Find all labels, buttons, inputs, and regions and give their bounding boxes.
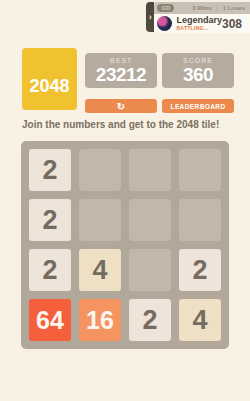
score-label: SCORE — [183, 57, 213, 64]
player-score: 308 — [222, 17, 250, 31]
empty-cell — [179, 199, 221, 241]
refresh-icon: ↻ — [117, 101, 125, 112]
empty-cell — [79, 149, 121, 191]
player-widget: › GD 3 Wins 1 Loses Legendary BATTLING..… — [146, 2, 250, 33]
empty-cell — [129, 149, 171, 191]
tile-4: 4 — [79, 249, 121, 291]
empty-cell — [129, 249, 171, 291]
stats-divider — [217, 5, 218, 12]
game-screen: { "game": "2048", "position": "2,0,0,0|2… — [0, 0, 250, 401]
tagline: Join the numbers and get to the 2048 til… — [22, 119, 242, 130]
player-row: Legendary BATTLING... 308 — [154, 14, 250, 33]
wins-count: 3 Wins — [192, 5, 211, 11]
empty-cell — [179, 149, 221, 191]
best-score-box: BEST 23212 — [85, 53, 157, 88]
widget-expand-tab[interactable]: › — [146, 2, 154, 32]
empty-cell — [79, 199, 121, 241]
leaderboard-button[interactable]: LEADERBOARD — [162, 99, 234, 113]
tile-2: 2 — [179, 249, 221, 291]
current-score-box: SCORE 360 — [162, 53, 234, 88]
best-label: BEST — [110, 57, 133, 64]
restart-button[interactable]: ↻ — [85, 99, 157, 113]
tile-2: 2 — [29, 149, 71, 191]
logo-tile: 2048 — [22, 48, 77, 110]
tile-16: 16 — [79, 299, 121, 341]
chevron-right-icon: › — [149, 12, 152, 22]
losses-count: 1 Loses — [223, 5, 245, 11]
best-value: 23212 — [96, 65, 146, 84]
rank-badge: GD — [157, 4, 174, 12]
player-widget-body: GD 3 Wins 1 Loses Legendary BATTLING... … — [154, 2, 250, 33]
tile-2: 2 — [129, 299, 171, 341]
player-avatar — [157, 16, 172, 31]
stats-strip: GD 3 Wins 1 Loses — [154, 2, 250, 14]
game-board[interactable]: 22242641624 — [21, 141, 229, 349]
tile-64: 64 — [29, 299, 71, 341]
player-meta: Legendary BATTLING... — [176, 16, 222, 31]
tile-2: 2 — [29, 199, 71, 241]
score-value: 360 — [183, 65, 213, 84]
tile-4: 4 — [179, 299, 221, 341]
player-status: BATTLING... — [176, 26, 222, 32]
tile-2: 2 — [29, 249, 71, 291]
empty-cell — [129, 199, 171, 241]
